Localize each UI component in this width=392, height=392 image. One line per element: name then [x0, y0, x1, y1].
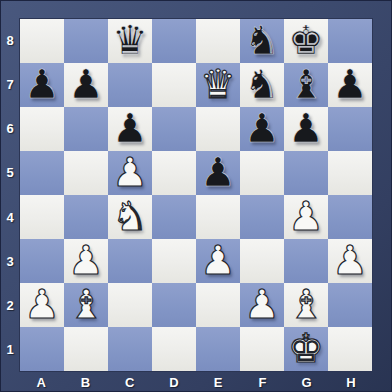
file-labels: ABCDEFGH — [19, 372, 373, 392]
square-e7[interactable]: ♛ — [196, 63, 240, 107]
file-label-d: D — [152, 372, 196, 392]
square-d8[interactable] — [152, 19, 196, 63]
square-g8[interactable]: ♚ — [284, 19, 328, 63]
square-b6[interactable] — [64, 107, 108, 151]
piece-bp-e5: ♟ — [200, 152, 236, 192]
file-label-b: B — [63, 372, 107, 392]
square-e5[interactable]: ♟ — [196, 151, 240, 195]
file-label-f: F — [240, 372, 284, 392]
piece-wp-b3: ♟ — [68, 240, 104, 280]
square-d3[interactable] — [152, 239, 196, 283]
piece-bp-f6: ♟ — [244, 108, 280, 148]
piece-bq-c8: ♛ — [112, 20, 148, 60]
piece-wb-g2: ♝ — [288, 284, 324, 324]
piece-wn-c4: ♞ — [112, 196, 148, 236]
file-label-c: C — [108, 372, 152, 392]
square-h1[interactable] — [328, 327, 372, 371]
file-label-h: H — [329, 372, 373, 392]
file-label-a: A — [19, 372, 63, 392]
square-f3[interactable] — [240, 239, 284, 283]
square-b1[interactable] — [64, 327, 108, 371]
square-b2[interactable]: ♝ — [64, 283, 108, 327]
square-d6[interactable] — [152, 107, 196, 151]
square-a6[interactable] — [20, 107, 64, 151]
square-c3[interactable] — [108, 239, 152, 283]
piece-wp-c5: ♟ — [112, 152, 148, 192]
square-e1[interactable] — [196, 327, 240, 371]
square-h5[interactable] — [328, 151, 372, 195]
piece-wp-f2: ♟ — [244, 284, 280, 324]
piece-bn-f7: ♞ — [244, 64, 280, 104]
square-h6[interactable] — [328, 107, 372, 151]
square-b7[interactable]: ♟ — [64, 63, 108, 107]
piece-bn-f8: ♞ — [244, 20, 280, 60]
square-c2[interactable] — [108, 283, 152, 327]
square-e6[interactable] — [196, 107, 240, 151]
rank-labels: 87654321 — [1, 18, 19, 372]
piece-bp-b7: ♟ — [68, 64, 104, 104]
square-b8[interactable] — [64, 19, 108, 63]
square-e3[interactable]: ♟ — [196, 239, 240, 283]
square-g5[interactable] — [284, 151, 328, 195]
square-f6[interactable]: ♟ — [240, 107, 284, 151]
square-f8[interactable]: ♞ — [240, 19, 284, 63]
square-h8[interactable] — [328, 19, 372, 63]
square-b3[interactable]: ♟ — [64, 239, 108, 283]
square-a2[interactable]: ♟ — [20, 283, 64, 327]
square-f5[interactable] — [240, 151, 284, 195]
square-d7[interactable] — [152, 63, 196, 107]
square-c4[interactable]: ♞ — [108, 195, 152, 239]
square-g3[interactable] — [284, 239, 328, 283]
chessboard-frame: 87654321 ABCDEFGH ♛♞♚♟♟♛♞♝♟♟♟♟♟♟♞♟♟♟♟♟♝♟… — [0, 0, 392, 392]
piece-bp-a7: ♟ — [24, 64, 60, 104]
square-a3[interactable] — [20, 239, 64, 283]
square-h3[interactable]: ♟ — [328, 239, 372, 283]
file-label-g: G — [285, 372, 329, 392]
square-h4[interactable] — [328, 195, 372, 239]
piece-wk-g1: ♚ — [288, 328, 324, 368]
piece-bp-h7: ♟ — [332, 64, 368, 104]
rank-label-4: 4 — [1, 195, 19, 239]
rank-label-1: 1 — [1, 328, 19, 372]
square-f1[interactable] — [240, 327, 284, 371]
rank-label-6: 6 — [1, 107, 19, 151]
square-a4[interactable] — [20, 195, 64, 239]
square-g1[interactable]: ♚ — [284, 327, 328, 371]
square-g4[interactable]: ♟ — [284, 195, 328, 239]
piece-wq-e7: ♛ — [200, 64, 236, 104]
square-f7[interactable]: ♞ — [240, 63, 284, 107]
piece-wp-a2: ♟ — [24, 284, 60, 324]
rank-label-2: 2 — [1, 284, 19, 328]
square-c5[interactable]: ♟ — [108, 151, 152, 195]
chess-board: ♛♞♚♟♟♛♞♝♟♟♟♟♟♟♞♟♟♟♟♟♝♟♝♚ — [19, 18, 373, 372]
piece-wp-h3: ♟ — [332, 240, 368, 280]
square-e8[interactable] — [196, 19, 240, 63]
square-f4[interactable] — [240, 195, 284, 239]
square-b5[interactable] — [64, 151, 108, 195]
square-h2[interactable] — [328, 283, 372, 327]
rank-label-7: 7 — [1, 62, 19, 106]
piece-wb-b2: ♝ — [68, 284, 104, 324]
piece-bp-g6: ♟ — [288, 108, 324, 148]
rank-label-3: 3 — [1, 239, 19, 283]
file-label-e: E — [196, 372, 240, 392]
square-a5[interactable] — [20, 151, 64, 195]
square-h7[interactable]: ♟ — [328, 63, 372, 107]
piece-wp-g4: ♟ — [288, 196, 324, 236]
square-e2[interactable] — [196, 283, 240, 327]
square-d4[interactable] — [152, 195, 196, 239]
piece-bk-g8: ♚ — [288, 20, 324, 60]
rank-label-8: 8 — [1, 18, 19, 62]
rank-label-5: 5 — [1, 151, 19, 195]
square-c8[interactable]: ♛ — [108, 19, 152, 63]
square-c1[interactable] — [108, 327, 152, 371]
square-a8[interactable] — [20, 19, 64, 63]
square-c7[interactable] — [108, 63, 152, 107]
square-a7[interactable]: ♟ — [20, 63, 64, 107]
square-d5[interactable] — [152, 151, 196, 195]
square-c6[interactable]: ♟ — [108, 107, 152, 151]
square-g6[interactable]: ♟ — [284, 107, 328, 151]
piece-bb-g7: ♝ — [288, 64, 324, 104]
square-d2[interactable] — [152, 283, 196, 327]
square-e4[interactable] — [196, 195, 240, 239]
piece-bp-c6: ♟ — [112, 108, 148, 148]
piece-wp-e3: ♟ — [200, 240, 236, 280]
square-f2[interactable]: ♟ — [240, 283, 284, 327]
square-g2[interactable]: ♝ — [284, 283, 328, 327]
square-d1[interactable] — [152, 327, 196, 371]
square-b4[interactable] — [64, 195, 108, 239]
square-a1[interactable] — [20, 327, 64, 371]
square-g7[interactable]: ♝ — [284, 63, 328, 107]
